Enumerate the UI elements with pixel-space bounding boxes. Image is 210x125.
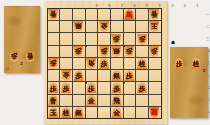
gote-hand: 歩2香 (9, 51, 36, 62)
square-3-6[interactable]: 歩 (124, 70, 136, 81)
hand-slot-sente-桂[interactable]: 桂2 (191, 58, 201, 69)
piece-glyph-香: 香 (151, 10, 158, 17)
piece-glyph-歩: 歩 (113, 86, 120, 93)
square-8-1[interactable] (60, 9, 72, 20)
piece-glyph-王: 王 (151, 23, 158, 30)
piece-glyph-歩: 歩 (151, 47, 158, 54)
square-8-4[interactable] (60, 46, 72, 57)
square-7-9[interactable]: 銀 (73, 107, 85, 118)
square-5-4[interactable]: 歩 (98, 46, 110, 57)
piece-glyph-桂: 桂 (139, 61, 146, 68)
piece-glyph-歩: 歩 (126, 47, 133, 54)
piece-gote-銀-44[interactable]: 銀 (111, 46, 121, 57)
piece-gote-香-91[interactable]: 香 (48, 9, 58, 20)
square-3-8[interactable] (124, 95, 136, 106)
square-5-7[interactable] (98, 82, 110, 93)
square-7-1[interactable] (73, 9, 85, 20)
square-3-5[interactable] (124, 58, 136, 69)
piece-glyph-金: 金 (88, 98, 95, 105)
square-2-7[interactable]: 歩 (136, 82, 148, 93)
piece-sente-歩-55[interactable]: 歩 (99, 58, 109, 69)
square-5-5[interactable]: 歩 (98, 58, 110, 69)
piece-gote-歩-95[interactable]: 歩 (48, 58, 58, 69)
square-8-6[interactable]: 金 (60, 70, 72, 81)
file-label-3: 3 (166, 3, 179, 9)
square-1-8[interactable] (149, 95, 161, 106)
piece-sente-香-98[interactable]: 香 (48, 95, 58, 106)
square-3-1[interactable]: 馬 (124, 9, 136, 20)
piece-glyph-玉: 玉 (50, 110, 57, 117)
square-1-9[interactable]: 龍 (149, 107, 161, 118)
piece-glyph-桂: 桂 (63, 110, 70, 117)
piece-glyph-香: 香 (50, 10, 57, 17)
piece-glyph-歩: 歩 (50, 59, 57, 66)
piece-sente-歩-36[interactable]: 歩 (124, 70, 134, 81)
piece-glyph-金: 金 (113, 110, 120, 117)
piece-gote-歩-74[interactable]: 歩 (73, 46, 83, 57)
square-2-8[interactable] (136, 95, 148, 106)
square-3-4[interactable]: 歩 (124, 46, 136, 57)
square-4-2[interactable] (111, 21, 123, 32)
piece-gote-角-65[interactable]: 角 (86, 58, 96, 69)
hoshi-dot-4 (123, 82, 125, 84)
square-8-7[interactable]: 歩 (60, 82, 72, 93)
piece-sente-玉-99[interactable]: 玉 (48, 107, 58, 118)
hand-piece-sente-歩[interactable]: 歩 (174, 58, 184, 69)
piece-gote-歩-14[interactable]: 歩 (149, 46, 159, 57)
piece-glyph-歩: 歩 (75, 73, 82, 80)
piece-glyph-歩: 歩 (101, 61, 108, 68)
piece-sente-桂-25[interactable]: 桂 (137, 58, 147, 69)
square-7-7[interactable] (73, 82, 85, 93)
square-4-8[interactable]: 飛 (111, 95, 123, 106)
piece-glyph-龍: 龍 (151, 108, 158, 115)
hand-count-sente-桂: 2 (203, 68, 206, 73)
piece-glyph-歩: 歩 (139, 35, 146, 42)
hoshi-dot-3 (85, 82, 87, 84)
square-4-1[interactable] (111, 9, 123, 20)
square-3-2[interactable] (124, 21, 136, 32)
square-1-4[interactable]: 歩 (149, 46, 161, 57)
piece-sente-金-68[interactable]: 金 (86, 95, 96, 106)
square-7-5[interactable] (73, 58, 85, 69)
piece-sente-歩-87[interactable]: 歩 (61, 82, 71, 93)
square-2-9[interactable] (136, 107, 148, 118)
hand-piece-sente-桂[interactable]: 桂 (191, 58, 201, 69)
square-4-7[interactable]: 歩 (111, 82, 123, 93)
square-3-3[interactable] (124, 33, 136, 44)
hand-piece-gote-歩[interactable]: 歩 (9, 51, 19, 62)
square-2-2[interactable] (136, 21, 148, 32)
square-4-5[interactable] (111, 58, 123, 69)
file-label-1: 1 (191, 3, 204, 9)
piece-glyph-銀: 銀 (75, 23, 82, 30)
square-9-2[interactable] (48, 21, 60, 32)
piece-gote-金-86[interactable]: 金 (61, 70, 71, 81)
piece-glyph-角: 角 (88, 59, 95, 66)
square-8-8[interactable] (60, 95, 72, 106)
piece-sente-銀-46[interactable]: 銀 (111, 70, 121, 81)
piece-gote-金-52[interactable]: 金 (99, 21, 109, 32)
square-1-6[interactable] (149, 70, 161, 81)
square-4-6[interactable]: 銀 (111, 70, 123, 81)
piece-sente-歩-97[interactable]: 歩 (48, 82, 58, 93)
komadai-gote: 歩2香 (4, 6, 41, 73)
shogi-board: 987654321 香馬香銀金王歩歩歩歩銀歩歩歩角歩桂金歩銀歩歩歩歩歩歩香金飛玉… (44, 1, 167, 124)
square-9-8[interactable]: 香 (48, 95, 60, 106)
file-label-2: 2 (178, 3, 191, 9)
piece-glyph-香: 香 (27, 52, 34, 59)
square-6-4[interactable] (86, 46, 98, 57)
square-1-7[interactable] (149, 82, 161, 93)
square-6-6[interactable] (86, 70, 98, 81)
piece-sente-銀-79[interactable]: 銀 (73, 107, 83, 118)
sente-hand: 歩桂2 (174, 58, 201, 69)
square-4-4[interactable]: 銀 (111, 46, 123, 57)
piece-glyph-歩: 歩 (75, 47, 82, 54)
sente-marker-icon: ☗ (171, 41, 175, 46)
piece-gote-銀-72[interactable]: 銀 (73, 21, 83, 32)
piece-glyph-歩: 歩 (88, 86, 95, 93)
square-9-7[interactable]: 歩 (48, 82, 60, 93)
square-5-1[interactable] (98, 9, 110, 20)
piece-glyph-香: 香 (50, 98, 57, 105)
square-4-9[interactable]: 金 (111, 107, 123, 118)
piece-gote-歩-54[interactable]: 歩 (99, 46, 109, 57)
board-grid[interactable]: 香馬香銀金王歩歩歩歩銀歩歩歩角歩桂金歩銀歩歩歩歩歩歩香金飛玉桂銀金龍 (47, 8, 162, 119)
square-9-4[interactable] (48, 46, 60, 57)
piece-glyph-歩: 歩 (176, 61, 183, 68)
piece-glyph-銀: 銀 (113, 47, 120, 54)
piece-sente-飛-48[interactable]: 飛 (111, 95, 121, 106)
square-9-6[interactable] (48, 70, 60, 81)
piece-glyph-歩: 歩 (63, 86, 70, 93)
rank-label-2: 二 (205, 21, 210, 33)
piece-glyph-銀: 銀 (113, 73, 120, 80)
square-6-5[interactable]: 角 (86, 58, 98, 69)
square-6-7[interactable]: 歩 (86, 82, 98, 93)
square-5-6[interactable] (98, 70, 110, 81)
square-8-5[interactable] (60, 58, 72, 69)
piece-sente-歩-76[interactable]: 歩 (73, 70, 83, 81)
square-5-2[interactable]: 金 (98, 21, 110, 32)
square-3-9[interactable] (124, 107, 136, 118)
hand-slot-sente-歩[interactable]: 歩 (174, 58, 184, 69)
hand-piece-gote-香[interactable]: 香 (25, 51, 35, 62)
piece-glyph-歩: 歩 (113, 35, 120, 42)
piece-gote-香-11[interactable]: 香 (149, 9, 159, 20)
square-1-5[interactable] (149, 58, 161, 69)
square-7-8[interactable] (73, 95, 85, 106)
gote-marker-icon: ☖ (5, 67, 9, 72)
piece-sente-金-49[interactable]: 金 (111, 107, 121, 118)
square-2-3[interactable]: 歩 (136, 33, 148, 44)
piece-gote-歩-43[interactable]: 歩 (111, 34, 121, 45)
square-6-9[interactable] (86, 107, 98, 118)
piece-sente-桂-89[interactable]: 桂 (61, 107, 71, 118)
square-7-3[interactable] (73, 33, 85, 44)
piece-glyph-銀: 銀 (75, 110, 82, 117)
square-4-3[interactable]: 歩 (111, 33, 123, 44)
piece-sente-馬-31[interactable]: 馬 (124, 9, 134, 20)
square-7-6[interactable]: 歩 (73, 70, 85, 81)
square-9-9[interactable]: 玉 (48, 107, 60, 118)
piece-sente-歩-47[interactable]: 歩 (111, 82, 121, 93)
hand-slot-gote-歩[interactable]: 歩2 (9, 51, 19, 62)
komadai-sente: 歩桂2 (170, 47, 208, 118)
piece-gote-歩-23[interactable]: 歩 (137, 34, 147, 45)
square-6-8[interactable]: 金 (86, 95, 98, 106)
square-6-1[interactable] (86, 9, 98, 20)
piece-glyph-歩: 歩 (10, 52, 17, 59)
square-2-5[interactable]: 桂 (136, 58, 148, 69)
piece-glyph-馬: 馬 (126, 12, 133, 19)
square-8-9[interactable]: 桂 (60, 107, 72, 118)
piece-glyph-歩: 歩 (101, 47, 108, 54)
square-2-6[interactable] (136, 70, 148, 81)
square-9-3[interactable] (48, 33, 60, 44)
piece-glyph-桂: 桂 (193, 61, 200, 68)
square-1-3[interactable] (149, 33, 161, 44)
hand-count-gote-歩: 2 (20, 61, 23, 66)
square-2-4[interactable] (136, 46, 148, 57)
square-1-2[interactable]: 王 (149, 21, 161, 32)
square-6-2[interactable] (86, 21, 98, 32)
square-7-4[interactable]: 歩 (73, 46, 85, 57)
piece-sente-歩-27[interactable]: 歩 (137, 82, 147, 93)
rank-label-1: 一 (205, 9, 210, 21)
piece-sente-歩-67[interactable]: 歩 (86, 82, 96, 93)
piece-gote-歩-34[interactable]: 歩 (124, 46, 134, 57)
square-9-1[interactable]: 香 (48, 9, 60, 20)
piece-glyph-金: 金 (63, 71, 70, 78)
piece-gote-王-12[interactable]: 王 (149, 21, 159, 32)
square-1-1[interactable]: 香 (149, 9, 161, 20)
square-3-7[interactable] (124, 82, 136, 93)
piece-glyph-金: 金 (101, 23, 108, 30)
piece-glyph-歩: 歩 (139, 86, 146, 93)
piece-gote-龍-19[interactable]: 龍 (149, 107, 159, 118)
square-5-9[interactable] (98, 107, 110, 118)
rank-label-3: 三 (205, 33, 210, 45)
hand-slot-gote-香[interactable]: 香 (25, 51, 35, 62)
square-5-8[interactable] (98, 95, 110, 106)
square-7-2[interactable]: 銀 (73, 21, 85, 32)
piece-glyph-飛: 飛 (113, 98, 120, 105)
square-8-3[interactable] (60, 33, 72, 44)
square-9-5[interactable]: 歩 (48, 58, 60, 69)
shogi-app: 歩2香 ☖ 987654321 香馬香銀金王歩歩歩歩銀歩歩歩角歩桂金歩銀歩歩歩歩… (0, 0, 210, 125)
square-5-3[interactable] (98, 33, 110, 44)
square-2-1[interactable] (136, 9, 148, 20)
piece-glyph-歩: 歩 (126, 73, 133, 80)
square-6-3[interactable] (86, 33, 98, 44)
piece-glyph-歩: 歩 (50, 86, 57, 93)
square-8-2[interactable] (60, 21, 72, 32)
